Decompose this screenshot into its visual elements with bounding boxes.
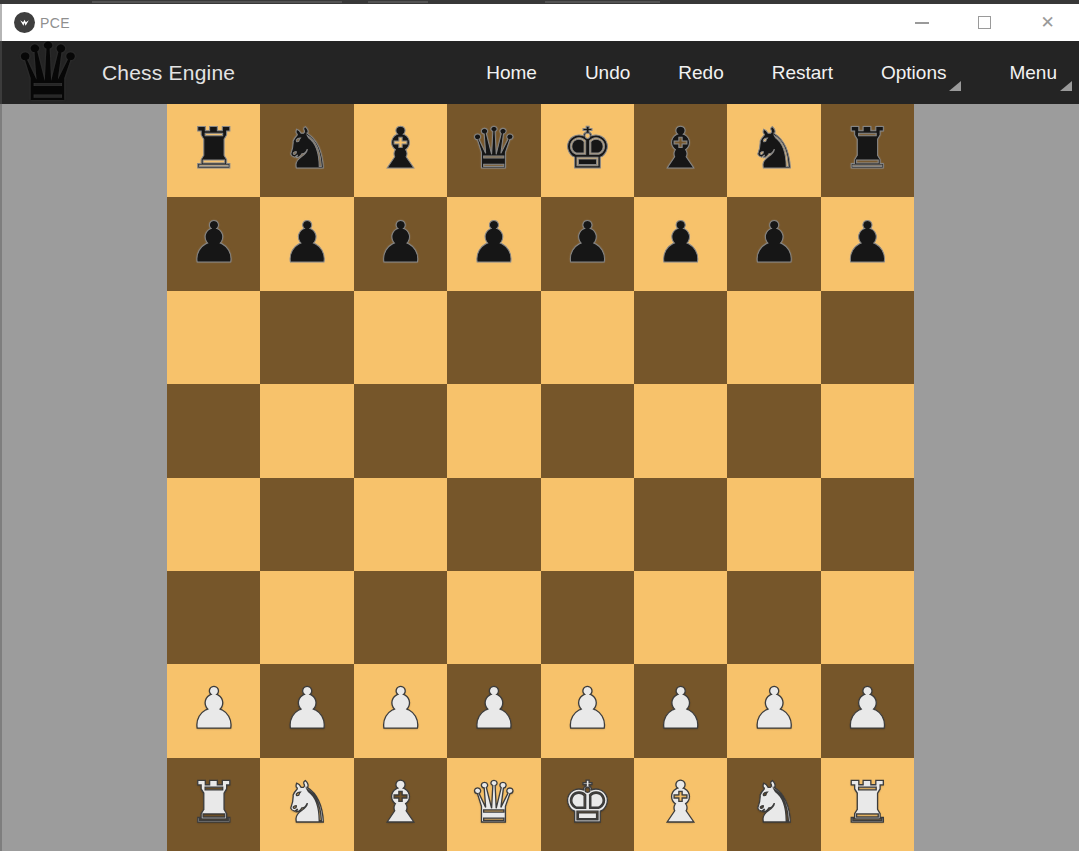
square-d7[interactable]: ♟ xyxy=(447,197,540,290)
nav-item-label: Options xyxy=(881,62,946,84)
square-f2[interactable]: ♟ xyxy=(634,664,727,757)
square-b3[interactable] xyxy=(260,571,353,664)
square-a2[interactable]: ♟ xyxy=(167,664,260,757)
square-b7[interactable]: ♟ xyxy=(260,197,353,290)
square-h8[interactable]: ♜ xyxy=(821,104,914,197)
square-g6[interactable] xyxy=(727,291,820,384)
nav-item-redo[interactable]: Redo xyxy=(678,62,723,84)
piece-black-pawn[interactable]: ♟ xyxy=(188,214,239,271)
window-controls: ✕ xyxy=(890,4,1079,41)
piece-white-pawn[interactable]: ♟ xyxy=(655,680,706,737)
square-g4[interactable] xyxy=(727,478,820,571)
nav-item-undo[interactable]: Undo xyxy=(585,62,630,84)
piece-black-pawn[interactable]: ♟ xyxy=(842,214,893,271)
square-e6[interactable] xyxy=(541,291,634,384)
square-c8[interactable]: ♝ xyxy=(354,104,447,197)
square-b1[interactable]: ♞ xyxy=(260,758,353,851)
piece-white-pawn[interactable]: ♟ xyxy=(375,680,426,737)
close-icon: ✕ xyxy=(1040,14,1054,31)
piece-black-pawn[interactable]: ♟ xyxy=(655,214,706,271)
square-g2[interactable]: ♟ xyxy=(727,664,820,757)
square-h3[interactable] xyxy=(821,571,914,664)
pce-app-logo-icon xyxy=(14,12,35,33)
piece-black-king[interactable]: ♚ xyxy=(562,120,613,177)
piece-black-pawn[interactable]: ♟ xyxy=(468,214,519,271)
minimize-icon xyxy=(915,22,929,24)
piece-black-queen[interactable]: ♛ xyxy=(468,120,519,177)
square-g7[interactable]: ♟ xyxy=(727,197,820,290)
square-f4[interactable] xyxy=(634,478,727,571)
background-window-artifact xyxy=(92,1,342,3)
square-a8[interactable]: ♜ xyxy=(167,104,260,197)
square-d3[interactable] xyxy=(447,571,540,664)
piece-black-pawn[interactable]: ♟ xyxy=(748,214,799,271)
piece-white-bishop[interactable]: ♝ xyxy=(375,774,426,831)
nav-item-label: Menu xyxy=(1009,62,1057,84)
square-f8[interactable]: ♝ xyxy=(634,104,727,197)
square-c2[interactable]: ♟ xyxy=(354,664,447,757)
square-e8[interactable]: ♚ xyxy=(541,104,634,197)
square-h1[interactable]: ♜ xyxy=(821,758,914,851)
nav-item-label: Restart xyxy=(772,62,833,84)
square-e2[interactable]: ♟ xyxy=(541,664,634,757)
square-b5[interactable] xyxy=(260,384,353,477)
piece-black-knight[interactable]: ♞ xyxy=(282,120,333,177)
piece-white-pawn[interactable]: ♟ xyxy=(748,680,799,737)
square-f6[interactable] xyxy=(634,291,727,384)
piece-white-knight[interactable]: ♞ xyxy=(282,774,333,831)
maximize-button[interactable] xyxy=(953,4,1016,41)
square-a6[interactable] xyxy=(167,291,260,384)
nav-item-options[interactable]: Options xyxy=(881,62,961,84)
piece-white-knight[interactable]: ♞ xyxy=(748,774,799,831)
piece-white-pawn[interactable]: ♟ xyxy=(842,680,893,737)
nav-item-label: Undo xyxy=(585,62,630,84)
square-d6[interactable] xyxy=(447,291,540,384)
square-d2[interactable]: ♟ xyxy=(447,664,540,757)
square-c5[interactable] xyxy=(354,384,447,477)
square-d1[interactable]: ♛ xyxy=(447,758,540,851)
piece-white-pawn[interactable]: ♟ xyxy=(282,680,333,737)
piece-white-pawn[interactable]: ♟ xyxy=(562,680,613,737)
piece-white-rook[interactable]: ♜ xyxy=(842,774,893,831)
square-a4[interactable] xyxy=(167,478,260,571)
piece-white-bishop[interactable]: ♝ xyxy=(655,774,706,831)
square-g3[interactable] xyxy=(727,571,820,664)
square-c1[interactable]: ♝ xyxy=(354,758,447,851)
piece-black-pawn[interactable]: ♟ xyxy=(282,214,333,271)
square-e1[interactable]: ♚ xyxy=(541,758,634,851)
nav-menu: HomeUndoRedoRestartOptionsMenu xyxy=(486,41,1072,104)
piece-black-knight[interactable]: ♞ xyxy=(748,120,799,177)
piece-white-queen[interactable]: ♛ xyxy=(468,774,519,831)
square-c3[interactable] xyxy=(354,571,447,664)
dropdown-triangle-icon xyxy=(1060,81,1072,91)
piece-white-rook[interactable]: ♜ xyxy=(188,774,239,831)
square-g5[interactable] xyxy=(727,384,820,477)
piece-black-bishop[interactable]: ♝ xyxy=(655,120,706,177)
close-button[interactable]: ✕ xyxy=(1016,4,1079,41)
square-h2[interactable]: ♟ xyxy=(821,664,914,757)
nav-item-label: Redo xyxy=(678,62,723,84)
square-b2[interactable]: ♟ xyxy=(260,664,353,757)
piece-black-rook[interactable]: ♜ xyxy=(188,120,239,177)
piece-black-bishop[interactable]: ♝ xyxy=(375,120,426,177)
square-d8[interactable]: ♛ xyxy=(447,104,540,197)
square-e7[interactable]: ♟ xyxy=(541,197,634,290)
nav-item-menu[interactable]: Menu xyxy=(1009,62,1072,84)
background-window-artifact xyxy=(368,1,428,3)
square-f3[interactable] xyxy=(634,571,727,664)
piece-black-pawn[interactable]: ♟ xyxy=(562,214,613,271)
square-d4[interactable] xyxy=(447,478,540,571)
square-h7[interactable]: ♟ xyxy=(821,197,914,290)
square-c6[interactable] xyxy=(354,291,447,384)
square-h6[interactable] xyxy=(821,291,914,384)
square-b6[interactable] xyxy=(260,291,353,384)
square-b4[interactable] xyxy=(260,478,353,571)
window-title: PCE xyxy=(40,4,70,41)
window-left-border xyxy=(0,4,2,851)
piece-white-pawn[interactable]: ♟ xyxy=(188,680,239,737)
square-h5[interactable] xyxy=(821,384,914,477)
piece-white-pawn[interactable]: ♟ xyxy=(468,680,519,737)
maximize-icon xyxy=(978,16,991,29)
square-e5[interactable] xyxy=(541,384,634,477)
square-c4[interactable] xyxy=(354,478,447,571)
square-g8[interactable]: ♞ xyxy=(727,104,820,197)
square-b8[interactable]: ♞ xyxy=(260,104,353,197)
nav-item-home[interactable]: Home xyxy=(486,62,537,84)
square-f5[interactable] xyxy=(634,384,727,477)
square-c7[interactable]: ♟ xyxy=(354,197,447,290)
square-g1[interactable]: ♞ xyxy=(727,758,820,851)
piece-black-rook[interactable]: ♜ xyxy=(842,120,893,177)
square-f7[interactable]: ♟ xyxy=(634,197,727,290)
square-a1[interactable]: ♜ xyxy=(167,758,260,851)
square-a5[interactable] xyxy=(167,384,260,477)
app-navbar: ♛ Chess Engine HomeUndoRedoRestartOption… xyxy=(0,41,1079,104)
square-d5[interactable] xyxy=(447,384,540,477)
app-brand-title: Chess Engine xyxy=(102,41,235,104)
piece-white-king[interactable]: ♚ xyxy=(562,774,613,831)
dropdown-triangle-icon xyxy=(949,81,961,91)
nav-item-label: Home xyxy=(486,62,537,84)
chess-board[interactable]: ♜♞♝♛♚♝♞♜♟♟♟♟♟♟♟♟♟♟♟♟♟♟♟♟♜♞♝♛♚♝♞♜ xyxy=(167,104,914,851)
square-e4[interactable] xyxy=(541,478,634,571)
square-a3[interactable] xyxy=(167,571,260,664)
background-window-artifact xyxy=(545,1,660,3)
titlebar: PCE ✕ xyxy=(0,4,1079,41)
queen-logo-icon: ♛ xyxy=(12,41,84,104)
square-e3[interactable] xyxy=(541,571,634,664)
square-h4[interactable] xyxy=(821,478,914,571)
minimize-button[interactable] xyxy=(890,4,953,41)
nav-item-restart[interactable]: Restart xyxy=(772,62,833,84)
piece-black-pawn[interactable]: ♟ xyxy=(375,214,426,271)
square-f1[interactable]: ♝ xyxy=(634,758,727,851)
square-a7[interactable]: ♟ xyxy=(167,197,260,290)
